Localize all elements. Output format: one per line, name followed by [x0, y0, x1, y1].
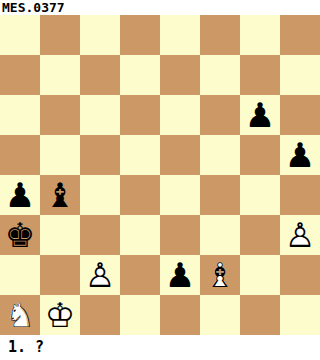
square-c3[interactable]: [80, 215, 120, 255]
square-h7[interactable]: [280, 55, 320, 95]
square-e3[interactable]: [160, 215, 200, 255]
piece-white-knight[interactable]: ♞♘: [0, 295, 40, 335]
square-b2[interactable]: [40, 255, 80, 295]
square-a3[interactable]: ♚: [0, 215, 40, 255]
square-d1[interactable]: [120, 295, 160, 335]
pawn-glyph-outline: ♙: [80, 255, 120, 295]
puzzle-id: MES.0377: [0, 0, 320, 15]
pawn-glyph: ♟: [280, 135, 320, 175]
square-f7[interactable]: [200, 55, 240, 95]
square-f6[interactable]: [200, 95, 240, 135]
square-e6[interactable]: [160, 95, 200, 135]
piece-white-pawn[interactable]: ♟♙: [80, 255, 120, 295]
square-a5[interactable]: [0, 135, 40, 175]
square-b3[interactable]: [40, 215, 80, 255]
square-h6[interactable]: [280, 95, 320, 135]
square-d6[interactable]: [120, 95, 160, 135]
square-b6[interactable]: [40, 95, 80, 135]
square-g4[interactable]: [240, 175, 280, 215]
square-c2[interactable]: ♟♙: [80, 255, 120, 295]
pawn-glyph: ♟: [160, 255, 200, 295]
square-h5[interactable]: ♟: [280, 135, 320, 175]
square-e1[interactable]: [160, 295, 200, 335]
piece-white-king[interactable]: ♚♔: [40, 295, 80, 335]
square-c7[interactable]: [80, 55, 120, 95]
knight-glyph-outline: ♘: [0, 295, 40, 335]
pawn-glyph: ♟: [0, 175, 40, 215]
square-c1[interactable]: [80, 295, 120, 335]
square-a8[interactable]: [0, 15, 40, 55]
square-b1[interactable]: ♚♔: [40, 295, 80, 335]
square-d2[interactable]: [120, 255, 160, 295]
square-h8[interactable]: [280, 15, 320, 55]
square-a6[interactable]: [0, 95, 40, 135]
square-h4[interactable]: [280, 175, 320, 215]
square-c4[interactable]: [80, 175, 120, 215]
piece-black-king[interactable]: ♚: [0, 215, 40, 255]
piece-black-pawn[interactable]: ♟: [280, 135, 320, 175]
square-b7[interactable]: [40, 55, 80, 95]
square-f1[interactable]: [200, 295, 240, 335]
square-e7[interactable]: [160, 55, 200, 95]
square-f8[interactable]: [200, 15, 240, 55]
square-g3[interactable]: [240, 215, 280, 255]
square-c8[interactable]: [80, 15, 120, 55]
square-g5[interactable]: [240, 135, 280, 175]
square-f5[interactable]: [200, 135, 240, 175]
chess-board: ♟♟♟♝♚♟♙♟♙♟♝♗♞♘♚♔: [0, 15, 320, 335]
square-f4[interactable]: [200, 175, 240, 215]
square-d3[interactable]: [120, 215, 160, 255]
square-h2[interactable]: [280, 255, 320, 295]
square-g1[interactable]: [240, 295, 280, 335]
move-prompt: 1. ?: [0, 335, 320, 360]
square-h1[interactable]: [280, 295, 320, 335]
bishop-glyph-outline: ♗: [200, 255, 240, 295]
square-a4[interactable]: ♟: [0, 175, 40, 215]
square-b4[interactable]: ♝: [40, 175, 80, 215]
square-a2[interactable]: [0, 255, 40, 295]
piece-black-pawn[interactable]: ♟: [240, 95, 280, 135]
square-a7[interactable]: [0, 55, 40, 95]
king-glyph: ♚: [0, 215, 40, 255]
square-h3[interactable]: ♟♙: [280, 215, 320, 255]
square-f2[interactable]: ♝♗: [200, 255, 240, 295]
square-d8[interactable]: [120, 15, 160, 55]
square-c5[interactable]: [80, 135, 120, 175]
square-g6[interactable]: ♟: [240, 95, 280, 135]
pawn-glyph-outline: ♙: [280, 215, 320, 255]
square-e2[interactable]: ♟: [160, 255, 200, 295]
square-f3[interactable]: [200, 215, 240, 255]
square-b5[interactable]: [40, 135, 80, 175]
piece-black-pawn[interactable]: ♟: [0, 175, 40, 215]
square-d7[interactable]: [120, 55, 160, 95]
piece-white-pawn[interactable]: ♟♙: [280, 215, 320, 255]
square-d5[interactable]: [120, 135, 160, 175]
square-g2[interactable]: [240, 255, 280, 295]
piece-white-bishop[interactable]: ♝♗: [200, 255, 240, 295]
square-b8[interactable]: [40, 15, 80, 55]
square-d4[interactable]: [120, 175, 160, 215]
piece-black-pawn[interactable]: ♟: [160, 255, 200, 295]
square-g7[interactable]: [240, 55, 280, 95]
bishop-glyph: ♝: [40, 175, 80, 215]
square-e5[interactable]: [160, 135, 200, 175]
square-c6[interactable]: [80, 95, 120, 135]
pawn-glyph: ♟: [240, 95, 280, 135]
king-glyph-outline: ♔: [40, 295, 80, 335]
square-e4[interactable]: [160, 175, 200, 215]
square-e8[interactable]: [160, 15, 200, 55]
square-a1[interactable]: ♞♘: [0, 295, 40, 335]
square-g8[interactable]: [240, 15, 280, 55]
chess-puzzle-screen: MES.0377 ♟♟♟♝♚♟♙♟♙♟♝♗♞♘♚♔ 1. ?: [0, 0, 320, 360]
piece-black-bishop[interactable]: ♝: [40, 175, 80, 215]
